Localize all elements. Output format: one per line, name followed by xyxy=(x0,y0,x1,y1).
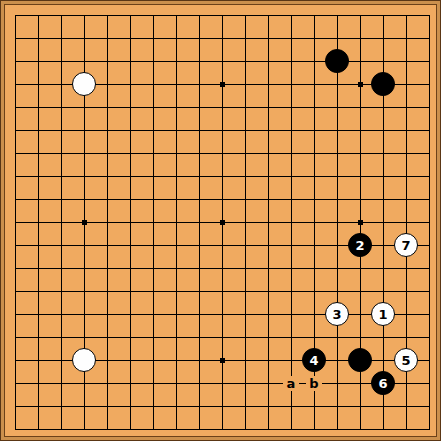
stone-black-q4 xyxy=(348,348,372,372)
stone-black-r16 xyxy=(371,72,395,96)
stone-white-r6-move-1: 1 xyxy=(371,302,395,326)
stone-white-d4 xyxy=(72,348,96,372)
star-point xyxy=(358,220,363,225)
go-board-frame: ab1234567 xyxy=(0,0,441,441)
stone-black-r3-move-6: 6 xyxy=(371,371,395,395)
stone-white-d16 xyxy=(72,72,96,96)
stone-white-s9-move-7: 7 xyxy=(394,233,418,257)
grid-line-horizontal xyxy=(15,383,430,384)
stone-black-o4-move-4: 4 xyxy=(302,348,326,372)
stone-white-s4-move-5: 5 xyxy=(394,348,418,372)
grid-line-horizontal xyxy=(15,406,430,407)
grid-line-horizontal xyxy=(15,337,430,338)
grid-line-vertical xyxy=(337,15,338,430)
grid-line-vertical xyxy=(245,15,246,430)
grid-line-vertical xyxy=(291,15,292,430)
grid-line-horizontal xyxy=(15,291,430,292)
stone-black-q9-move-2: 2 xyxy=(348,233,372,257)
grid-line-vertical xyxy=(429,15,430,430)
star-point xyxy=(220,82,225,87)
stone-black-p17 xyxy=(325,49,349,73)
grid-line-vertical xyxy=(268,15,269,430)
marker-b: b xyxy=(306,376,322,391)
star-point xyxy=(220,358,225,363)
star-point xyxy=(220,220,225,225)
star-point xyxy=(358,82,363,87)
grid-line-horizontal xyxy=(15,429,430,430)
grid-line-horizontal xyxy=(15,314,430,315)
stone-white-p6-move-3: 3 xyxy=(325,302,349,326)
marker-a: a xyxy=(283,376,299,391)
board-layer: ab1234567 xyxy=(1,1,440,440)
star-point xyxy=(82,220,87,225)
grid-line-horizontal xyxy=(15,268,430,269)
